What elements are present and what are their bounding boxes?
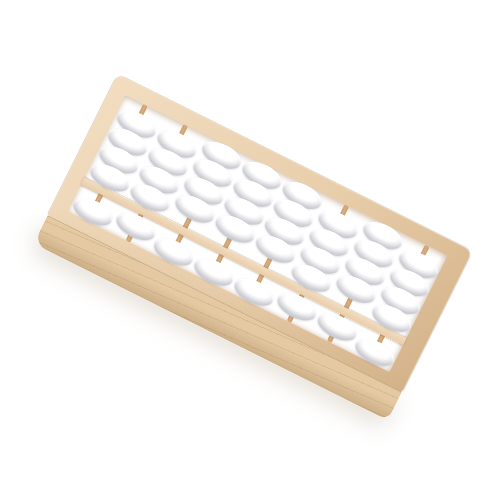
product-photo [0, 0, 500, 500]
abacus-board [34, 75, 472, 420]
